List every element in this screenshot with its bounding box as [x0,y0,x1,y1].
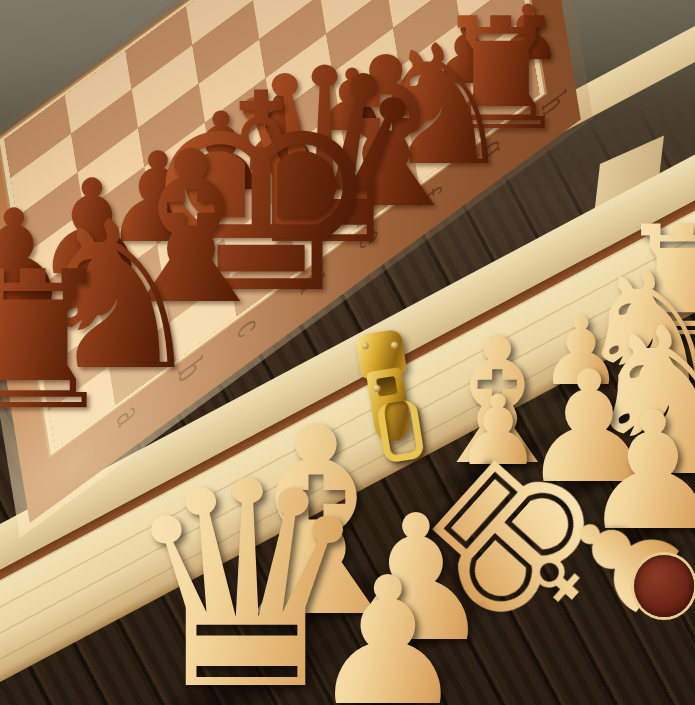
latch-hook [376,399,425,464]
felt-base [634,555,694,617]
scene: abcdefgh ♟♟♟♟♟♟♟♟♜♞♝♛♚♝♞♜ ♜♞♟♝♟♞♟♟♚♟♝♟♛♟ [0,0,695,705]
file-label-h: h [534,84,574,125]
